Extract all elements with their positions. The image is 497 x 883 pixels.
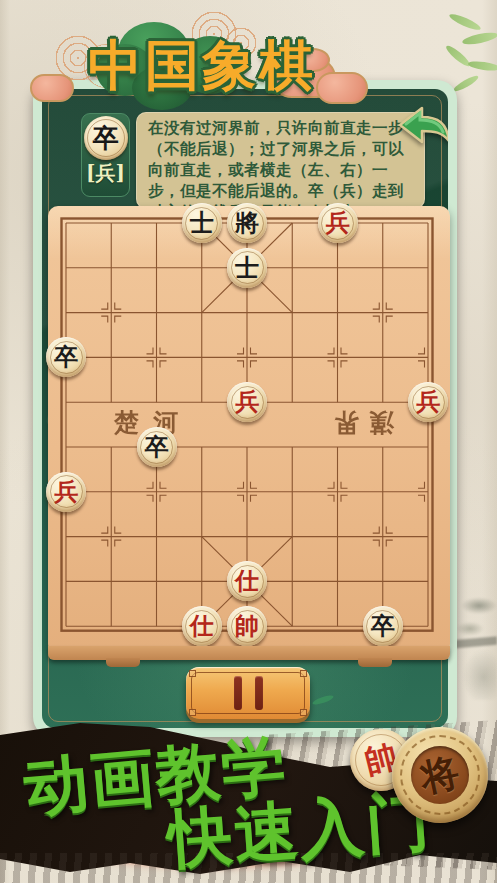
- board-piece[interactable]: 兵: [46, 472, 86, 512]
- back-arrow-icon: [394, 103, 448, 149]
- pause-button[interactable]: [186, 667, 310, 719]
- board-piece[interactable]: 將: [227, 203, 267, 243]
- river-label-right: 漢界: [324, 406, 394, 439]
- app-title: 中国象棋: [42, 30, 362, 103]
- board-piece[interactable]: 兵: [318, 203, 358, 243]
- board-piece[interactable]: 士: [182, 203, 222, 243]
- board-foot-left: [106, 658, 140, 667]
- tutorial-piece-label: [兵]: [86, 160, 125, 186]
- board-piece[interactable]: 仕: [182, 606, 222, 646]
- banner-text-line2: 快速入门: [165, 778, 434, 883]
- tutorial-piece-icon: 卒: [84, 116, 128, 160]
- board-piece[interactable]: 卒: [363, 606, 403, 646]
- board-piece[interactable]: 帥: [227, 606, 267, 646]
- decor-piece-jiang: 将: [392, 727, 488, 823]
- board-piece[interactable]: 卒: [137, 427, 177, 467]
- decor-piece-ring: 将: [400, 735, 480, 815]
- pause-button-frame: [191, 672, 305, 714]
- tutorial-piece-char: 卒: [93, 121, 119, 156]
- board-piece[interactable]: 士: [227, 248, 267, 288]
- board-foot-right: [358, 658, 392, 667]
- tutorial-text-box: 在没有过河界前，只许向前直走一步（不能后退）；过了河界之后，可以向前直走，或者横…: [136, 112, 425, 209]
- ink-tree-painting: [452, 585, 497, 700]
- tutorial-piece-tile: 卒 [兵]: [81, 113, 130, 197]
- board-piece[interactable]: 兵: [227, 382, 267, 422]
- back-button[interactable]: [394, 103, 448, 149]
- xiangqi-board[interactable]: 楚河 漢界 士將兵士卒兵兵卒兵仕仕帥卒: [48, 206, 450, 648]
- tutorial-text: 在没有过河界前，只许向前直走一步（不能后退）；过了河界之后，可以向前直走，或者横…: [148, 118, 415, 209]
- board-piece[interactable]: 兵: [408, 382, 448, 422]
